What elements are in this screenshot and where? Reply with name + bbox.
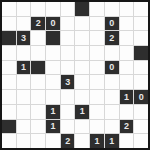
clue-cell-r3-c2: 3	[17, 31, 31, 45]
empty-cell-r8-c5[interactable]	[61, 105, 75, 119]
clue-digit: 2	[36, 19, 41, 28]
clue-cell-r6-c5: 3	[61, 75, 75, 89]
clue-digit: 0	[109, 63, 114, 72]
clue-cell-r3-c8: 2	[105, 31, 119, 45]
empty-cell-r4-c6[interactable]	[75, 46, 89, 60]
clue-cell-r7-c9: 1	[120, 90, 134, 104]
empty-cell-r8-c9[interactable]	[120, 105, 134, 119]
clue-digit: 0	[139, 93, 144, 102]
clue-digit: 2	[124, 122, 129, 131]
wall-cell-r1-c6	[75, 2, 89, 16]
empty-cell-r5-c10[interactable]	[134, 61, 148, 75]
clue-cell-r5-c2: 1	[17, 61, 31, 75]
empty-cell-r8-c1[interactable]	[2, 105, 16, 119]
empty-cell-r1-c8[interactable]	[105, 2, 119, 16]
clue-cell-r8-c6: 1	[75, 105, 89, 119]
empty-cell-r9-c7[interactable]	[90, 120, 104, 134]
empty-cell-r10-c6[interactable]	[75, 134, 89, 148]
empty-cell-r4-c5[interactable]	[61, 46, 75, 60]
empty-cell-r2-c5[interactable]	[61, 17, 75, 31]
empty-cell-r7-c4[interactable]	[46, 90, 60, 104]
empty-cell-r9-c2[interactable]	[17, 120, 31, 134]
empty-cell-r2-c9[interactable]	[120, 17, 134, 31]
clue-digit: 2	[65, 137, 70, 146]
empty-cell-r2-c1[interactable]	[2, 17, 16, 31]
empty-cell-r5-c1[interactable]	[2, 61, 16, 75]
empty-cell-r3-c10[interactable]	[134, 31, 148, 45]
empty-cell-r6-c4[interactable]	[46, 75, 60, 89]
wall-cell-r4-c10	[134, 46, 148, 60]
clue-digit: 1	[109, 137, 114, 146]
empty-cell-r3-c9[interactable]	[120, 31, 134, 45]
clue-digit: 1	[124, 93, 129, 102]
empty-cell-r5-c4[interactable]	[46, 61, 60, 75]
empty-cell-r7-c8[interactable]	[105, 90, 119, 104]
empty-cell-r8-c2[interactable]	[17, 105, 31, 119]
empty-cell-r7-c7[interactable]	[90, 90, 104, 104]
clue-digit: 1	[21, 63, 26, 72]
wall-cell-r9-c1	[2, 120, 16, 134]
empty-cell-r4-c3[interactable]	[31, 46, 45, 60]
empty-cell-r10-c4[interactable]	[46, 134, 60, 148]
clue-cell-r2-c8: 0	[105, 17, 119, 31]
wall-cell-r5-c3	[31, 61, 45, 75]
empty-cell-r9-c3[interactable]	[31, 120, 45, 134]
clue-cell-r9-c9: 2	[120, 120, 134, 134]
empty-cell-r5-c6[interactable]	[75, 61, 89, 75]
empty-cell-r4-c2[interactable]	[17, 46, 31, 60]
empty-cell-r8-c8[interactable]	[105, 105, 119, 119]
empty-cell-r1-c9[interactable]	[120, 2, 134, 16]
clue-cell-r9-c4: 1	[46, 120, 60, 134]
clue-digit: 1	[50, 107, 55, 116]
clue-cell-r8-c4: 1	[46, 105, 60, 119]
empty-cell-r10-c10[interactable]	[134, 134, 148, 148]
empty-cell-r7-c5[interactable]	[61, 90, 75, 104]
empty-cell-r3-c5[interactable]	[61, 31, 75, 45]
empty-cell-r6-c10[interactable]	[134, 75, 148, 89]
empty-cell-r4-c8[interactable]	[105, 46, 119, 60]
empty-cell-r8-c3[interactable]	[31, 105, 45, 119]
empty-cell-r6-c6[interactable]	[75, 75, 89, 89]
empty-cell-r1-c4[interactable]	[46, 2, 60, 16]
empty-cell-r6-c9[interactable]	[120, 75, 134, 89]
empty-cell-r10-c3[interactable]	[31, 134, 45, 148]
puzzle-board: 20032103101112211	[0, 0, 150, 150]
clue-digit: 2	[109, 34, 114, 43]
empty-cell-r6-c3[interactable]	[31, 75, 45, 89]
empty-cell-r9-c6[interactable]	[75, 120, 89, 134]
empty-cell-r2-c7[interactable]	[90, 17, 104, 31]
clue-cell-r10-c7: 1	[90, 134, 104, 148]
clue-digit: 3	[21, 34, 26, 43]
clue-cell-r2-c4: 0	[46, 17, 60, 31]
empty-cell-r6-c1[interactable]	[2, 75, 16, 89]
empty-cell-r6-c8[interactable]	[105, 75, 119, 89]
empty-cell-r5-c7[interactable]	[90, 61, 104, 75]
empty-cell-r2-c2[interactable]	[17, 17, 31, 31]
empty-cell-r7-c2[interactable]	[17, 90, 31, 104]
clue-digit: 0	[50, 19, 55, 28]
empty-cell-r2-c10[interactable]	[134, 17, 148, 31]
empty-cell-r9-c8[interactable]	[105, 120, 119, 134]
empty-cell-r1-c1[interactable]	[2, 2, 16, 16]
empty-cell-r6-c2[interactable]	[17, 75, 31, 89]
empty-cell-r5-c5[interactable]	[61, 61, 75, 75]
clue-cell-r10-c5: 2	[61, 134, 75, 148]
puzzle-screenshot: 20032103101112211	[0, 0, 150, 150]
empty-cell-r8-c7[interactable]	[90, 105, 104, 119]
empty-cell-r4-c4[interactable]	[46, 46, 60, 60]
clue-cell-r5-c8: 0	[105, 61, 119, 75]
empty-cell-r4-c7[interactable]	[90, 46, 104, 60]
empty-cell-r8-c10[interactable]	[134, 105, 148, 119]
clue-digit: 1	[80, 107, 85, 116]
empty-cell-r7-c6[interactable]	[75, 90, 89, 104]
empty-cell-r1-c2[interactable]	[17, 2, 31, 16]
empty-cell-r10-c2[interactable]	[17, 134, 31, 148]
clue-digit: 1	[95, 137, 100, 146]
clue-digit: 1	[50, 122, 55, 131]
clue-cell-r10-c8: 1	[105, 134, 119, 148]
empty-cell-r9-c10[interactable]	[134, 120, 148, 134]
clue-cell-r7-c10: 0	[134, 90, 148, 104]
empty-cell-r10-c9[interactable]	[120, 134, 134, 148]
empty-cell-r1-c10[interactable]	[134, 2, 148, 16]
empty-cell-r6-c7[interactable]	[90, 75, 104, 89]
empty-cell-r7-c3[interactable]	[31, 90, 45, 104]
empty-cell-r5-c9[interactable]	[120, 61, 134, 75]
empty-cell-r10-c1[interactable]	[2, 134, 16, 148]
empty-cell-r3-c3[interactable]	[31, 31, 45, 45]
empty-cell-r7-c1[interactable]	[2, 90, 16, 104]
clue-digit: 3	[65, 78, 70, 87]
empty-cell-r3-c7[interactable]	[90, 31, 104, 45]
wall-cell-r3-c1	[2, 31, 16, 45]
empty-cell-r2-c6[interactable]	[75, 17, 89, 31]
empty-cell-r1-c7[interactable]	[90, 2, 104, 16]
empty-cell-r4-c1[interactable]	[2, 46, 16, 60]
empty-cell-r3-c6[interactable]	[75, 31, 89, 45]
wall-cell-r3-c4	[46, 31, 60, 45]
clue-cell-r2-c3: 2	[31, 17, 45, 31]
clue-digit: 0	[109, 19, 114, 28]
empty-cell-r1-c3[interactable]	[31, 2, 45, 16]
empty-cell-r4-c9[interactable]	[120, 46, 134, 60]
empty-cell-r1-c5[interactable]	[61, 2, 75, 16]
empty-cell-r9-c5[interactable]	[61, 120, 75, 134]
